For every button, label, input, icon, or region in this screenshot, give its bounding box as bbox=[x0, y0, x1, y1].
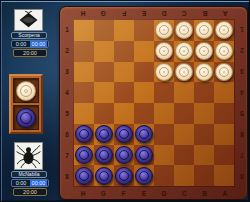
square-H5[interactable] bbox=[74, 103, 94, 124]
square-B8[interactable] bbox=[194, 165, 214, 186]
square-A4[interactable] bbox=[214, 82, 234, 103]
coord-label: C bbox=[174, 8, 194, 19]
square-F3[interactable] bbox=[114, 62, 134, 83]
square-F5[interactable] bbox=[114, 103, 134, 124]
beetle-icon bbox=[16, 11, 41, 29]
white-piece[interactable] bbox=[155, 21, 173, 39]
square-G4[interactable] bbox=[94, 82, 114, 103]
blue-piece[interactable] bbox=[115, 167, 133, 185]
square-C2[interactable] bbox=[174, 41, 194, 62]
square-D5[interactable] bbox=[154, 103, 174, 124]
square-C3[interactable] bbox=[174, 62, 194, 83]
coord-label: 5 bbox=[61, 103, 73, 124]
square-E5[interactable] bbox=[134, 103, 154, 124]
square-G6[interactable] bbox=[94, 124, 114, 145]
player-bottom-clock-row: 0:00 00:00 bbox=[11, 179, 49, 187]
square-B3[interactable] bbox=[194, 62, 214, 83]
square-C6[interactable] bbox=[174, 124, 194, 145]
board-frame: HGFEDCBA HGFEDCBA 12345678 12345678 bbox=[59, 6, 248, 200]
square-D3[interactable] bbox=[154, 62, 174, 83]
square-F4[interactable] bbox=[114, 82, 134, 103]
square-D4[interactable] bbox=[154, 82, 174, 103]
coord-label: H bbox=[73, 188, 93, 199]
square-G1[interactable] bbox=[94, 20, 114, 41]
blue-piece[interactable] bbox=[135, 125, 153, 143]
game-window: Scorpena 0:00 00:00 20:00 McNabila 0:00 … bbox=[0, 0, 250, 202]
square-H6[interactable] bbox=[74, 124, 94, 145]
blue-piece[interactable] bbox=[75, 167, 93, 185]
square-C7[interactable] bbox=[174, 145, 194, 166]
player-top-clock-row: 0:00 00:00 bbox=[11, 40, 49, 48]
square-A3[interactable] bbox=[214, 62, 234, 83]
coord-label: D bbox=[154, 8, 174, 19]
coord-label: 8 bbox=[236, 166, 248, 187]
square-A6[interactable] bbox=[214, 124, 234, 145]
square-B5[interactable] bbox=[194, 103, 214, 124]
coord-label: G bbox=[93, 8, 113, 19]
square-B4[interactable] bbox=[194, 82, 214, 103]
square-F1[interactable] bbox=[114, 20, 134, 41]
player-top-avatar bbox=[14, 9, 43, 31]
player-bottom-turn-clock: 00:00 bbox=[30, 180, 47, 186]
blue-piece[interactable] bbox=[115, 125, 133, 143]
square-H2[interactable] bbox=[74, 41, 94, 62]
square-A8[interactable] bbox=[214, 165, 234, 186]
square-G5[interactable] bbox=[94, 103, 114, 124]
blue-piece[interactable] bbox=[135, 167, 153, 185]
tray-cell-white[interactable] bbox=[13, 78, 39, 103]
coords-right: 12345678 bbox=[236, 19, 248, 187]
white-piece[interactable] bbox=[215, 63, 233, 81]
square-F7[interactable] bbox=[114, 145, 134, 166]
player-top-game-clock: 20:00 bbox=[13, 49, 47, 57]
square-A7[interactable] bbox=[214, 145, 234, 166]
coords-left: 12345678 bbox=[61, 19, 73, 187]
blue-piece[interactable] bbox=[75, 146, 93, 164]
square-G3[interactable] bbox=[94, 62, 114, 83]
square-B2[interactable] bbox=[194, 41, 214, 62]
square-A2[interactable] bbox=[214, 41, 234, 62]
square-D6[interactable] bbox=[154, 124, 174, 145]
coord-label: 8 bbox=[61, 166, 73, 187]
square-D7[interactable] bbox=[154, 145, 174, 166]
white-piece[interactable] bbox=[175, 63, 193, 81]
spider-icon bbox=[16, 144, 41, 168]
coord-label: 5 bbox=[236, 103, 248, 124]
board-grid bbox=[73, 19, 235, 187]
square-F2[interactable] bbox=[114, 41, 134, 62]
coord-label: 1 bbox=[61, 19, 73, 40]
player-top-turn-clock: 00:00 bbox=[30, 41, 47, 47]
coord-label: 3 bbox=[61, 61, 73, 82]
coord-label: 6 bbox=[61, 124, 73, 145]
square-A1[interactable] bbox=[214, 20, 234, 41]
square-A5[interactable] bbox=[214, 103, 234, 124]
coords-bottom: HGFEDCBA bbox=[73, 188, 235, 199]
coord-label: D bbox=[154, 188, 174, 199]
square-E1[interactable] bbox=[134, 20, 154, 41]
player-top-elapsed: 0:00 bbox=[12, 41, 30, 47]
white-piece[interactable] bbox=[215, 42, 233, 60]
square-G7[interactable] bbox=[94, 145, 114, 166]
square-H4[interactable] bbox=[74, 82, 94, 103]
coord-label: 7 bbox=[236, 145, 248, 166]
square-E8[interactable] bbox=[134, 165, 154, 186]
coord-label: B bbox=[195, 188, 215, 199]
square-E6[interactable] bbox=[134, 124, 154, 145]
square-F6[interactable] bbox=[114, 124, 134, 145]
coord-label: A bbox=[215, 8, 235, 19]
square-D1[interactable] bbox=[154, 20, 174, 41]
square-F8[interactable] bbox=[114, 165, 134, 186]
coords-top: HGFEDCBA bbox=[73, 8, 235, 19]
coord-label: 2 bbox=[236, 40, 248, 61]
white-piece[interactable] bbox=[155, 42, 173, 60]
coord-label: F bbox=[114, 8, 134, 19]
square-G8[interactable] bbox=[94, 165, 114, 186]
blue-piece[interactable] bbox=[135, 146, 153, 164]
blue-piece[interactable] bbox=[75, 125, 93, 143]
coord-label: 4 bbox=[61, 82, 73, 103]
tray-cell-blue[interactable] bbox=[13, 105, 39, 130]
blue-piece[interactable] bbox=[95, 125, 113, 143]
white-piece[interactable] bbox=[215, 21, 233, 39]
square-H1[interactable] bbox=[74, 20, 94, 41]
coord-label: E bbox=[134, 8, 154, 19]
blue-piece[interactable] bbox=[16, 108, 36, 128]
player-bottom-name: McNabila bbox=[11, 171, 47, 178]
square-H3[interactable] bbox=[74, 62, 94, 83]
coord-label: G bbox=[93, 188, 113, 199]
square-B7[interactable] bbox=[194, 145, 214, 166]
square-C4[interactable] bbox=[174, 82, 194, 103]
square-D2[interactable] bbox=[154, 41, 174, 62]
square-E7[interactable] bbox=[134, 145, 154, 166]
player-bottom-game-clock: 20:00 bbox=[13, 188, 47, 196]
player-bottom-elapsed: 0:00 bbox=[12, 180, 30, 186]
coord-label: 7 bbox=[61, 145, 73, 166]
player-top-name: Scorpena bbox=[11, 32, 47, 39]
coord-label: 2 bbox=[61, 40, 73, 61]
square-B1[interactable] bbox=[194, 20, 214, 41]
white-piece[interactable] bbox=[195, 21, 213, 39]
piece-tray bbox=[9, 74, 43, 134]
square-E4[interactable] bbox=[134, 82, 154, 103]
coord-label: E bbox=[134, 188, 154, 199]
square-C1[interactable] bbox=[174, 20, 194, 41]
coord-label: 6 bbox=[236, 124, 248, 145]
square-C5[interactable] bbox=[174, 103, 194, 124]
square-G2[interactable] bbox=[94, 41, 114, 62]
coord-label: C bbox=[174, 188, 194, 199]
white-piece[interactable] bbox=[175, 21, 193, 39]
square-E3[interactable] bbox=[134, 62, 154, 83]
white-piece[interactable] bbox=[175, 42, 193, 60]
blue-piece[interactable] bbox=[95, 146, 113, 164]
white-piece[interactable] bbox=[16, 81, 36, 101]
white-piece[interactable] bbox=[195, 42, 213, 60]
white-piece[interactable] bbox=[195, 63, 213, 81]
square-B6[interactable] bbox=[194, 124, 214, 145]
square-H8[interactable] bbox=[74, 165, 94, 186]
coord-label: H bbox=[73, 8, 93, 19]
square-C8[interactable] bbox=[174, 165, 194, 186]
blue-piece[interactable] bbox=[95, 167, 113, 185]
coord-label: 3 bbox=[236, 61, 248, 82]
square-H7[interactable] bbox=[74, 145, 94, 166]
white-piece[interactable] bbox=[155, 63, 173, 81]
coord-label: A bbox=[215, 188, 235, 199]
player-bottom-avatar bbox=[14, 142, 43, 170]
square-D8[interactable] bbox=[154, 165, 174, 186]
square-E2[interactable] bbox=[134, 41, 154, 62]
coord-label: B bbox=[195, 8, 215, 19]
coord-label: 4 bbox=[236, 82, 248, 103]
blue-piece[interactable] bbox=[115, 146, 133, 164]
coord-label: F bbox=[114, 188, 134, 199]
coord-label: 1 bbox=[236, 19, 248, 40]
